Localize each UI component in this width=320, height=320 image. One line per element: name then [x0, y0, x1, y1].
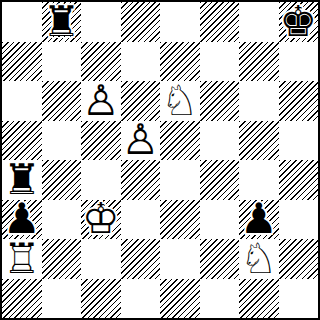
square-b3[interactable] — [42, 200, 82, 240]
square-h6[interactable] — [279, 81, 319, 121]
piece-white-rook: ♜♖ — [2, 239, 42, 279]
chess-board: ♜♜♚♚♟♙♞♘♟♙♜♜♟♟♚♔♟♟♜♖♞♘ — [2, 2, 318, 318]
square-d8[interactable] — [121, 2, 161, 42]
piece-glyph: ♖ — [3, 238, 41, 280]
piece-white-pawn: ♟♙ — [81, 81, 121, 121]
square-h8[interactable]: ♚♚ — [279, 2, 319, 42]
square-a4[interactable]: ♜♜ — [2, 160, 42, 200]
piece-glyph: ♟ — [3, 198, 41, 240]
square-f8[interactable] — [200, 2, 240, 42]
piece-silhouette: ♟ — [240, 198, 278, 240]
square-c1[interactable] — [81, 279, 121, 319]
square-d4[interactable] — [121, 160, 161, 200]
square-f1[interactable] — [200, 279, 240, 319]
square-c5[interactable] — [81, 121, 121, 161]
square-h3[interactable] — [279, 200, 319, 240]
square-f2[interactable] — [200, 239, 240, 279]
square-f4[interactable] — [200, 160, 240, 200]
square-a7[interactable] — [2, 42, 42, 82]
square-h4[interactable] — [279, 160, 319, 200]
board-frame: ♜♜♚♚♟♙♞♘♟♙♜♜♟♟♚♔♟♟♜♖♞♘ — [0, 0, 320, 320]
square-g1[interactable] — [239, 279, 279, 319]
piece-glyph: ♜ — [42, 1, 80, 43]
square-a1[interactable] — [2, 279, 42, 319]
square-e8[interactable] — [160, 2, 200, 42]
square-h7[interactable] — [279, 42, 319, 82]
piece-silhouette: ♞ — [161, 80, 199, 122]
square-a3[interactable]: ♟♟ — [2, 200, 42, 240]
square-e3[interactable] — [160, 200, 200, 240]
piece-white-knight: ♞♘ — [239, 239, 279, 279]
square-d3[interactable] — [121, 200, 161, 240]
piece-glyph: ♟ — [240, 198, 278, 240]
piece-silhouette: ♟ — [3, 198, 41, 240]
square-h2[interactable] — [279, 239, 319, 279]
square-d6[interactable] — [121, 81, 161, 121]
square-e7[interactable] — [160, 42, 200, 82]
piece-glyph: ♚ — [279, 1, 317, 43]
square-c2[interactable] — [81, 239, 121, 279]
square-f6[interactable] — [200, 81, 240, 121]
piece-white-pawn: ♟♙ — [121, 121, 161, 161]
square-g8[interactable] — [239, 2, 279, 42]
square-c6[interactable]: ♟♙ — [81, 81, 121, 121]
piece-white-king: ♚♔ — [81, 200, 121, 240]
square-b2[interactable] — [42, 239, 82, 279]
piece-glyph: ♘ — [161, 80, 199, 122]
piece-silhouette: ♟ — [121, 119, 159, 161]
square-g2[interactable]: ♞♘ — [239, 239, 279, 279]
square-h5[interactable] — [279, 121, 319, 161]
square-h1[interactable] — [279, 279, 319, 319]
square-c7[interactable] — [81, 42, 121, 82]
piece-black-pawn: ♟♟ — [2, 200, 42, 240]
piece-silhouette: ♜ — [42, 1, 80, 43]
piece-glyph: ♙ — [82, 80, 120, 122]
square-e4[interactable] — [160, 160, 200, 200]
square-e5[interactable] — [160, 121, 200, 161]
square-a5[interactable] — [2, 121, 42, 161]
piece-glyph: ♔ — [82, 198, 120, 240]
square-g4[interactable] — [239, 160, 279, 200]
square-g6[interactable] — [239, 81, 279, 121]
square-d5[interactable]: ♟♙ — [121, 121, 161, 161]
square-d1[interactable] — [121, 279, 161, 319]
square-e6[interactable]: ♞♘ — [160, 81, 200, 121]
square-e1[interactable] — [160, 279, 200, 319]
square-b4[interactable] — [42, 160, 82, 200]
piece-black-rook: ♜♜ — [2, 160, 42, 200]
square-g7[interactable] — [239, 42, 279, 82]
square-a6[interactable] — [2, 81, 42, 121]
piece-black-rook: ♜♜ — [42, 2, 82, 42]
piece-glyph: ♘ — [240, 238, 278, 280]
square-a8[interactable] — [2, 2, 42, 42]
square-f7[interactable] — [200, 42, 240, 82]
square-f5[interactable] — [200, 121, 240, 161]
square-c3[interactable]: ♚♔ — [81, 200, 121, 240]
piece-white-knight: ♞♘ — [160, 81, 200, 121]
square-e2[interactable] — [160, 239, 200, 279]
piece-silhouette: ♚ — [279, 1, 317, 43]
piece-silhouette: ♚ — [82, 198, 120, 240]
square-a2[interactable]: ♜♖ — [2, 239, 42, 279]
piece-silhouette: ♟ — [82, 80, 120, 122]
piece-glyph: ♙ — [121, 119, 159, 161]
square-b5[interactable] — [42, 121, 82, 161]
piece-silhouette: ♜ — [3, 238, 41, 280]
piece-black-pawn: ♟♟ — [239, 200, 279, 240]
square-g5[interactable] — [239, 121, 279, 161]
square-b7[interactable] — [42, 42, 82, 82]
square-d7[interactable] — [121, 42, 161, 82]
piece-glyph: ♜ — [3, 159, 41, 201]
square-b8[interactable]: ♜♜ — [42, 2, 82, 42]
square-b6[interactable] — [42, 81, 82, 121]
piece-black-king: ♚♚ — [279, 2, 319, 42]
square-b1[interactable] — [42, 279, 82, 319]
square-f3[interactable] — [200, 200, 240, 240]
piece-silhouette: ♜ — [3, 159, 41, 201]
square-g3[interactable]: ♟♟ — [239, 200, 279, 240]
piece-silhouette: ♞ — [240, 238, 278, 280]
square-d2[interactable] — [121, 239, 161, 279]
square-c4[interactable] — [81, 160, 121, 200]
square-c8[interactable] — [81, 2, 121, 42]
